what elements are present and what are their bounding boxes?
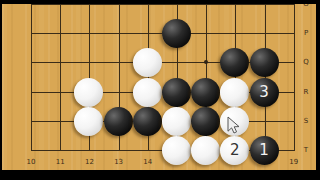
column-label-13: 13	[114, 158, 123, 166]
stone-white-17T[interactable]: 2	[220, 136, 249, 165]
stone-move-number-2: 2	[230, 143, 240, 158]
stone-black-16S[interactable]	[191, 107, 220, 136]
stone-black-18R[interactable]: 3	[250, 78, 279, 107]
go-board[interactable]: 10111213141516171819OPQRST321	[2, 0, 316, 170]
letterbox-top	[0, 0, 320, 4]
letterbox-right	[316, 0, 320, 180]
column-label-12: 12	[85, 158, 94, 166]
stone-white-12R[interactable]	[74, 78, 103, 107]
app-screen: 10111213141516171819OPQRST321	[0, 0, 320, 180]
stone-white-15T[interactable]	[162, 136, 191, 165]
row-label-Q: Q	[303, 58, 309, 66]
stone-black-18T[interactable]: 1	[250, 136, 279, 165]
column-label-19: 19	[289, 158, 298, 166]
column-label-14: 14	[143, 158, 152, 166]
stone-white-17R[interactable]	[220, 78, 249, 107]
stone-move-number-1: 1	[259, 143, 269, 158]
stone-black-17Q[interactable]	[220, 48, 249, 77]
star-point-16Q	[204, 60, 208, 64]
column-label-11: 11	[56, 158, 65, 166]
stone-black-15P[interactable]	[162, 19, 191, 48]
row-label-T: T	[304, 146, 308, 154]
stone-white-14Q[interactable]	[133, 48, 162, 77]
stone-black-14S[interactable]	[133, 107, 162, 136]
column-label-10: 10	[27, 158, 36, 166]
stone-black-13S[interactable]	[104, 107, 133, 136]
stone-white-15S[interactable]	[162, 107, 191, 136]
letterbox-bottom	[0, 170, 320, 180]
row-label-P: P	[304, 29, 308, 37]
stone-black-16R[interactable]	[191, 78, 220, 107]
stone-white-16T[interactable]	[191, 136, 220, 165]
stone-white-12S[interactable]	[74, 107, 103, 136]
stone-white-14R[interactable]	[133, 78, 162, 107]
stone-black-15R[interactable]	[162, 78, 191, 107]
stone-move-number-3: 3	[259, 85, 269, 100]
stone-black-18Q[interactable]	[250, 48, 279, 77]
row-label-R: R	[304, 88, 309, 96]
stone-white-17S[interactable]	[220, 107, 249, 136]
letterbox-left	[0, 0, 2, 180]
row-label-S: S	[304, 117, 308, 125]
